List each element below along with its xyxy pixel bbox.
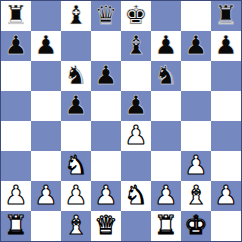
square-b4[interactable]: [31, 121, 61, 151]
square-f1[interactable]: ♜: [151, 211, 181, 241]
chess-board-container: ♜♝♛♚♜♟♟♝♟♟♟♞♟♞♟♟♟♞♟♟♟♟♟♞♟♝♟♜♝♛♜♚: [0, 0, 242, 242]
square-b5[interactable]: [31, 91, 61, 121]
square-f4[interactable]: [151, 121, 181, 151]
white-rook[interactable]: ♜: [4, 212, 27, 238]
white-pawn[interactable]: ♟: [214, 182, 237, 208]
square-c2[interactable]: ♟: [61, 181, 91, 211]
square-b2[interactable]: ♟: [31, 181, 61, 211]
black-queen[interactable]: ♛: [94, 2, 117, 28]
white-pawn[interactable]: ♟: [184, 152, 207, 178]
square-b7[interactable]: ♟: [31, 31, 61, 61]
square-c3[interactable]: ♞: [61, 151, 91, 181]
square-c6[interactable]: ♞: [61, 61, 91, 91]
black-bishop[interactable]: ♝: [124, 32, 147, 58]
square-a1[interactable]: ♜: [1, 211, 31, 241]
square-c5[interactable]: ♟: [61, 91, 91, 121]
square-a2[interactable]: ♟: [1, 181, 31, 211]
chess-board: ♜♝♛♚♜♟♟♝♟♟♟♞♟♞♟♟♟♞♟♟♟♟♟♞♟♝♟♜♝♛♜♚: [0, 0, 242, 242]
square-e6[interactable]: [121, 61, 151, 91]
square-d3[interactable]: [91, 151, 121, 181]
black-rook[interactable]: ♜: [4, 2, 27, 28]
square-g3[interactable]: ♟: [181, 151, 211, 181]
black-pawn[interactable]: ♟: [64, 92, 87, 118]
square-c4[interactable]: [61, 121, 91, 151]
black-bishop[interactable]: ♝: [64, 2, 87, 28]
black-rook[interactable]: ♜: [214, 2, 237, 28]
black-king[interactable]: ♚: [124, 2, 147, 28]
black-pawn[interactable]: ♟: [34, 32, 57, 58]
square-e2[interactable]: ♞: [121, 181, 151, 211]
square-h7[interactable]: ♟: [211, 31, 241, 61]
black-pawn[interactable]: ♟: [184, 32, 207, 58]
square-g7[interactable]: ♟: [181, 31, 211, 61]
square-a8[interactable]: ♜: [1, 1, 31, 31]
white-pawn[interactable]: ♟: [124, 122, 147, 148]
white-pawn[interactable]: ♟: [94, 182, 117, 208]
white-king[interactable]: ♚: [184, 212, 207, 238]
square-d4[interactable]: [91, 121, 121, 151]
square-b8[interactable]: [31, 1, 61, 31]
square-e8[interactable]: ♚: [121, 1, 151, 31]
black-knight[interactable]: ♞: [64, 62, 87, 88]
black-pawn[interactable]: ♟: [94, 62, 117, 88]
square-g2[interactable]: ♝: [181, 181, 211, 211]
square-h8[interactable]: ♜: [211, 1, 241, 31]
white-pawn[interactable]: ♟: [34, 182, 57, 208]
square-f5[interactable]: [151, 91, 181, 121]
square-g1[interactable]: ♚: [181, 211, 211, 241]
square-h3[interactable]: [211, 151, 241, 181]
white-knight[interactable]: ♞: [64, 152, 87, 178]
square-c7[interactable]: [61, 31, 91, 61]
square-g5[interactable]: [181, 91, 211, 121]
white-bishop[interactable]: ♝: [184, 182, 207, 208]
black-pawn[interactable]: ♟: [154, 32, 177, 58]
square-d1[interactable]: ♛: [91, 211, 121, 241]
square-b6[interactable]: [31, 61, 61, 91]
white-rook[interactable]: ♜: [154, 212, 177, 238]
square-a4[interactable]: [1, 121, 31, 151]
square-f8[interactable]: [151, 1, 181, 31]
square-d6[interactable]: ♟: [91, 61, 121, 91]
square-d5[interactable]: [91, 91, 121, 121]
square-a7[interactable]: ♟: [1, 31, 31, 61]
square-d8[interactable]: ♛: [91, 1, 121, 31]
square-g8[interactable]: [181, 1, 211, 31]
black-knight[interactable]: ♞: [154, 62, 177, 88]
square-e5[interactable]: ♟: [121, 91, 151, 121]
square-h5[interactable]: [211, 91, 241, 121]
square-h1[interactable]: [211, 211, 241, 241]
square-e1[interactable]: [121, 211, 151, 241]
square-c1[interactable]: ♝: [61, 211, 91, 241]
white-pawn[interactable]: ♟: [4, 182, 27, 208]
black-pawn[interactable]: ♟: [4, 32, 27, 58]
black-pawn[interactable]: ♟: [214, 32, 237, 58]
square-d7[interactable]: [91, 31, 121, 61]
black-pawn[interactable]: ♟: [124, 92, 147, 118]
square-h4[interactable]: [211, 121, 241, 151]
square-a3[interactable]: [1, 151, 31, 181]
square-b3[interactable]: [31, 151, 61, 181]
square-e3[interactable]: [121, 151, 151, 181]
square-e7[interactable]: ♝: [121, 31, 151, 61]
white-queen[interactable]: ♛: [94, 212, 117, 238]
square-f7[interactable]: ♟: [151, 31, 181, 61]
square-a5[interactable]: [1, 91, 31, 121]
square-h2[interactable]: ♟: [211, 181, 241, 211]
square-b1[interactable]: [31, 211, 61, 241]
square-f6[interactable]: ♞: [151, 61, 181, 91]
square-g4[interactable]: [181, 121, 211, 151]
white-knight[interactable]: ♞: [124, 182, 147, 208]
square-e4[interactable]: ♟: [121, 121, 151, 151]
white-pawn[interactable]: ♟: [64, 182, 87, 208]
white-bishop[interactable]: ♝: [64, 212, 87, 238]
square-c8[interactable]: ♝: [61, 1, 91, 31]
square-h6[interactable]: [211, 61, 241, 91]
square-a6[interactable]: [1, 61, 31, 91]
square-f2[interactable]: ♟: [151, 181, 181, 211]
square-f3[interactable]: [151, 151, 181, 181]
square-g6[interactable]: [181, 61, 211, 91]
white-pawn[interactable]: ♟: [154, 182, 177, 208]
square-d2[interactable]: ♟: [91, 181, 121, 211]
